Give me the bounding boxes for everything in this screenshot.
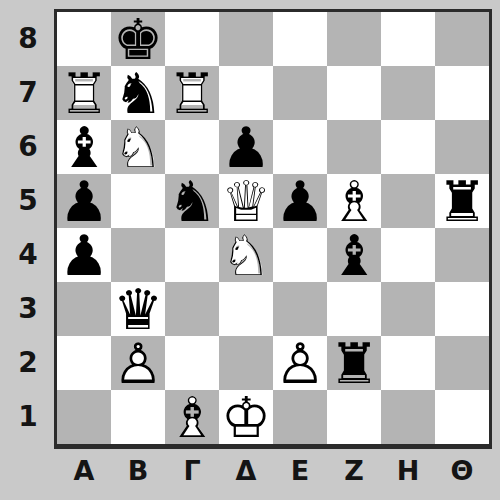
square-h2[interactable] xyxy=(435,336,489,390)
square-g7[interactable] xyxy=(381,66,435,120)
rank-label-7: 7 xyxy=(8,66,48,120)
black-rook-piece[interactable]: ♜ xyxy=(435,174,489,228)
square-e2[interactable]: ♟♙ xyxy=(273,336,327,390)
white-knight-piece[interactable]: ♞♘ xyxy=(111,120,165,174)
rank-labels: 87654321 xyxy=(8,12,48,444)
file-label-e: Ε xyxy=(273,452,327,490)
square-a2[interactable] xyxy=(57,336,111,390)
square-a4[interactable]: ♟ xyxy=(57,228,111,282)
piece-outline: ♙ xyxy=(273,336,327,390)
black-bishop-piece[interactable]: ♝ xyxy=(57,120,111,174)
piece-outline: ♗ xyxy=(165,390,219,444)
square-d7[interactable] xyxy=(219,66,273,120)
black-pawn-piece[interactable]: ♟ xyxy=(57,174,111,228)
square-h6[interactable] xyxy=(435,120,489,174)
white-queen-piece[interactable]: ♛♕ xyxy=(219,174,273,228)
file-label-f: Ζ xyxy=(327,452,381,490)
square-b2[interactable]: ♟♙ xyxy=(111,336,165,390)
square-g2[interactable] xyxy=(381,336,435,390)
square-f7[interactable] xyxy=(327,66,381,120)
square-g8[interactable] xyxy=(381,12,435,66)
black-bishop-piece[interactable]: ♝ xyxy=(327,228,381,282)
square-c4[interactable] xyxy=(165,228,219,282)
square-b8[interactable]: ♚ xyxy=(111,12,165,66)
black-pawn-piece[interactable]: ♟ xyxy=(219,120,273,174)
white-knight-piece[interactable]: ♞♘ xyxy=(219,228,273,282)
white-pawn-piece[interactable]: ♟♙ xyxy=(111,336,165,390)
piece-outline: ♕ xyxy=(219,174,273,228)
square-a7[interactable]: ♜♖ xyxy=(57,66,111,120)
chess-board: ♚♜♖♞♜♖♝♞♘♟♟♞♛♕♟♝♗♜♟♞♘♝♛♟♙♟♙♜♝♗♚♔ xyxy=(54,9,492,449)
square-c1[interactable]: ♝♗ xyxy=(165,390,219,444)
piece-outline: ♖ xyxy=(57,66,111,120)
square-h8[interactable] xyxy=(435,12,489,66)
square-a8[interactable] xyxy=(57,12,111,66)
file-label-d: Δ xyxy=(219,452,273,490)
square-h7[interactable] xyxy=(435,66,489,120)
square-h3[interactable] xyxy=(435,282,489,336)
square-e7[interactable] xyxy=(273,66,327,120)
square-c8[interactable] xyxy=(165,12,219,66)
file-label-b: Β xyxy=(111,452,165,490)
square-d4[interactable]: ♞♘ xyxy=(219,228,273,282)
rank-label-6: 6 xyxy=(8,120,48,174)
piece-outline: ♙ xyxy=(111,336,165,390)
white-bishop-piece[interactable]: ♝♗ xyxy=(327,174,381,228)
square-h4[interactable] xyxy=(435,228,489,282)
black-queen-piece[interactable]: ♛ xyxy=(111,282,165,336)
white-bishop-piece[interactable]: ♝♗ xyxy=(165,390,219,444)
square-f8[interactable] xyxy=(327,12,381,66)
black-knight-piece[interactable]: ♞ xyxy=(165,174,219,228)
square-b1[interactable] xyxy=(111,390,165,444)
square-d2[interactable] xyxy=(219,336,273,390)
piece-outline: ♘ xyxy=(111,120,165,174)
black-pawn-piece[interactable]: ♟ xyxy=(273,174,327,228)
file-labels: ΑΒΓΔΕΖΗΘ xyxy=(57,452,489,490)
rank-label-8: 8 xyxy=(8,12,48,66)
square-g3[interactable] xyxy=(381,282,435,336)
square-e8[interactable] xyxy=(273,12,327,66)
square-c6[interactable] xyxy=(165,120,219,174)
square-b4[interactable] xyxy=(111,228,165,282)
piece-outline: ♘ xyxy=(219,228,273,282)
square-b5[interactable] xyxy=(111,174,165,228)
rank-label-5: 5 xyxy=(8,174,48,228)
square-f1[interactable] xyxy=(327,390,381,444)
black-king-piece[interactable]: ♚ xyxy=(111,12,165,66)
white-king-piece[interactable]: ♚♔ xyxy=(219,390,273,444)
square-h1[interactable] xyxy=(435,390,489,444)
square-a6[interactable]: ♝ xyxy=(57,120,111,174)
square-h5[interactable]: ♜ xyxy=(435,174,489,228)
square-e5[interactable]: ♟ xyxy=(273,174,327,228)
square-g6[interactable] xyxy=(381,120,435,174)
piece-outline: ♖ xyxy=(165,66,219,120)
piece-outline: ♔ xyxy=(219,390,273,444)
file-label-c: Γ xyxy=(165,452,219,490)
square-d1[interactable]: ♚♔ xyxy=(219,390,273,444)
square-f4[interactable]: ♝ xyxy=(327,228,381,282)
rank-label-1: 1 xyxy=(8,390,48,444)
square-e4[interactable] xyxy=(273,228,327,282)
square-g5[interactable] xyxy=(381,174,435,228)
black-knight-piece[interactable]: ♞ xyxy=(111,66,165,120)
square-f2[interactable]: ♜ xyxy=(327,336,381,390)
black-rook-piece[interactable]: ♜ xyxy=(327,336,381,390)
file-label-g: Η xyxy=(381,452,435,490)
square-b7[interactable]: ♞ xyxy=(111,66,165,120)
square-c2[interactable] xyxy=(165,336,219,390)
square-e6[interactable] xyxy=(273,120,327,174)
white-rook-piece[interactable]: ♜♖ xyxy=(57,66,111,120)
square-d5[interactable]: ♛♕ xyxy=(219,174,273,228)
page-background: 87654321 ♚♜♖♞♜♖♝♞♘♟♟♞♛♕♟♝♗♜♟♞♘♝♛♟♙♟♙♜♝♗♚… xyxy=(0,0,500,500)
square-d8[interactable] xyxy=(219,12,273,66)
square-c3[interactable] xyxy=(165,282,219,336)
square-c7[interactable]: ♜♖ xyxy=(165,66,219,120)
square-b3[interactable]: ♛ xyxy=(111,282,165,336)
square-f6[interactable] xyxy=(327,120,381,174)
black-pawn-piece[interactable]: ♟ xyxy=(57,228,111,282)
file-label-a: Α xyxy=(57,452,111,490)
white-pawn-piece[interactable]: ♟♙ xyxy=(273,336,327,390)
square-a5[interactable]: ♟ xyxy=(57,174,111,228)
rank-label-4: 4 xyxy=(8,228,48,282)
square-f5[interactable]: ♝♗ xyxy=(327,174,381,228)
rank-label-2: 2 xyxy=(8,336,48,390)
piece-outline: ♗ xyxy=(327,174,381,228)
square-e1[interactable] xyxy=(273,390,327,444)
square-a3[interactable] xyxy=(57,282,111,336)
square-g1[interactable] xyxy=(381,390,435,444)
square-e3[interactable] xyxy=(273,282,327,336)
square-a1[interactable] xyxy=(57,390,111,444)
rank-label-3: 3 xyxy=(8,282,48,336)
square-d3[interactable] xyxy=(219,282,273,336)
white-rook-piece[interactable]: ♜♖ xyxy=(165,66,219,120)
square-g4[interactable] xyxy=(381,228,435,282)
square-f3[interactable] xyxy=(327,282,381,336)
square-d6[interactable]: ♟ xyxy=(219,120,273,174)
file-label-h: Θ xyxy=(435,452,489,490)
square-b6[interactable]: ♞♘ xyxy=(111,120,165,174)
square-c5[interactable]: ♞ xyxy=(165,174,219,228)
